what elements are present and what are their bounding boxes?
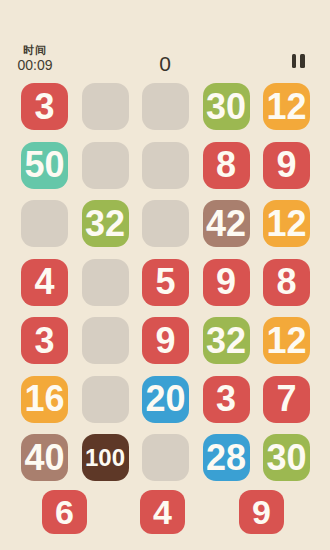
board-tile[interactable]: 32 xyxy=(203,317,250,364)
board-tile[interactable]: 3 xyxy=(203,376,250,423)
board-cell-empty[interactable] xyxy=(142,434,189,481)
board-cell-empty[interactable] xyxy=(142,142,189,189)
score-value: 0 xyxy=(0,52,330,76)
board-tile[interactable]: 30 xyxy=(263,434,310,481)
board-grid: 3301250893242124598393212162037401002830 xyxy=(21,83,310,481)
tray-tile[interactable]: 6 xyxy=(42,490,87,534)
board-tile[interactable]: 28 xyxy=(203,434,250,481)
board-cell-empty[interactable] xyxy=(21,200,68,247)
board-tile[interactable]: 8 xyxy=(203,142,250,189)
board-tile[interactable]: 42 xyxy=(203,200,250,247)
board-tile[interactable]: 9 xyxy=(263,142,310,189)
board-tile[interactable]: 32 xyxy=(82,200,129,247)
board-cell-empty[interactable] xyxy=(82,376,129,423)
pause-icon xyxy=(300,54,305,68)
board-tile[interactable]: 5 xyxy=(142,259,189,306)
board-tile[interactable]: 3 xyxy=(21,83,68,130)
board-tile[interactable]: 20 xyxy=(142,376,189,423)
board-cell-empty[interactable] xyxy=(82,83,129,130)
pause-icon xyxy=(292,54,297,68)
pause-button[interactable] xyxy=(289,54,307,70)
board-cell-empty[interactable] xyxy=(82,142,129,189)
board-tile[interactable]: 100 xyxy=(82,434,129,481)
board-tile[interactable]: 9 xyxy=(142,317,189,364)
board-tile[interactable]: 8 xyxy=(263,259,310,306)
board-tile[interactable]: 9 xyxy=(203,259,250,306)
tray-tile[interactable]: 9 xyxy=(239,490,284,534)
board-tile[interactable]: 40 xyxy=(21,434,68,481)
board-tile[interactable]: 16 xyxy=(21,376,68,423)
board-tile[interactable]: 3 xyxy=(21,317,68,364)
board-tile[interactable]: 50 xyxy=(21,142,68,189)
board-tile[interactable]: 12 xyxy=(263,83,310,130)
tray: 649 xyxy=(0,490,330,534)
board-cell-empty[interactable] xyxy=(142,83,189,130)
board-cell-empty[interactable] xyxy=(82,259,129,306)
tray-tile[interactable]: 4 xyxy=(140,490,185,534)
board-tile[interactable]: 7 xyxy=(263,376,310,423)
board-tile[interactable]: 30 xyxy=(203,83,250,130)
board-cell-empty[interactable] xyxy=(142,200,189,247)
board-tile[interactable]: 4 xyxy=(21,259,68,306)
game-screen: 时间 00:09 0 33012508932421245983932121620… xyxy=(0,0,330,550)
board-tile[interactable]: 12 xyxy=(263,317,310,364)
board-cell-empty[interactable] xyxy=(82,317,129,364)
board-tile[interactable]: 12 xyxy=(263,200,310,247)
